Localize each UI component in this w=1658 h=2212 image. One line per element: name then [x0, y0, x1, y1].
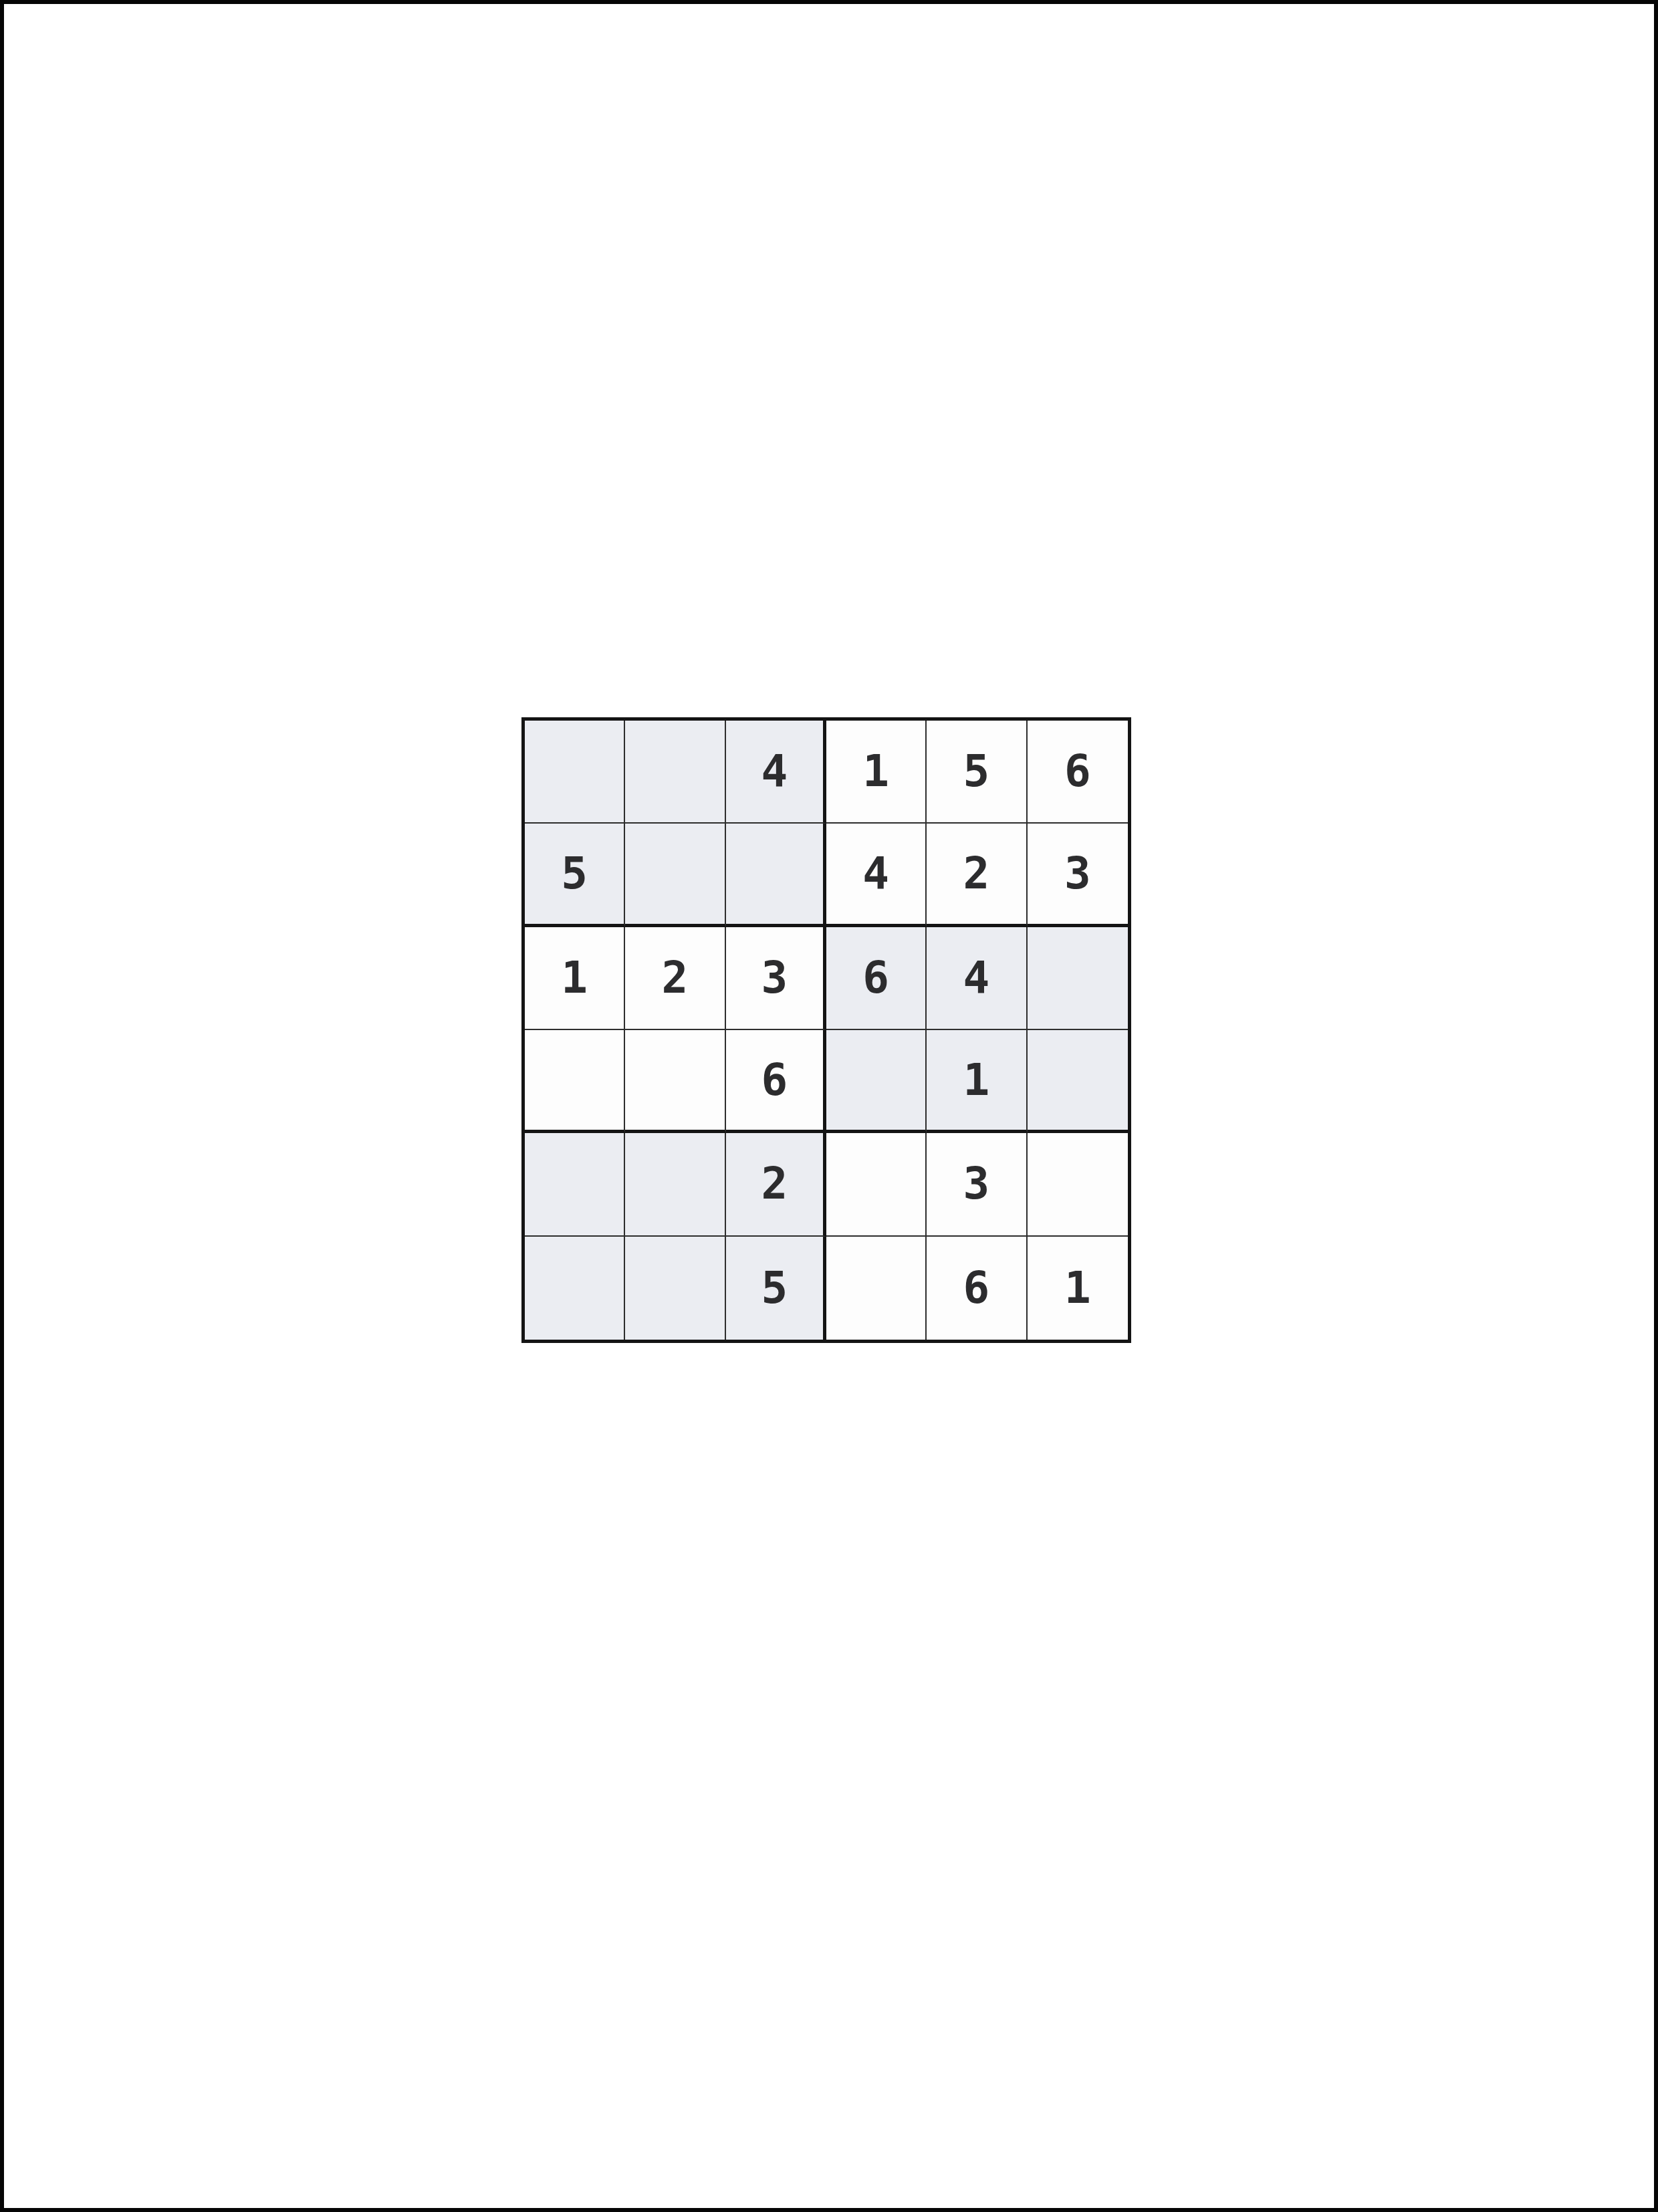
- cell-r6c5[interactable]: 6: [927, 1237, 1027, 1340]
- cell-r1c3[interactable]: 4: [726, 721, 826, 824]
- cell-r3c1[interactable]: 1: [525, 927, 625, 1030]
- cell-r6c3[interactable]: 5: [726, 1237, 826, 1340]
- cell-r2c4[interactable]: 4: [826, 824, 927, 927]
- cell-r2c5[interactable]: 2: [927, 824, 1027, 927]
- cell-r6c4[interactable]: [826, 1237, 927, 1340]
- cell-r2c1[interactable]: 5: [525, 824, 625, 927]
- cell-r2c3[interactable]: [726, 824, 826, 927]
- cell-r4c6[interactable]: [1028, 1030, 1128, 1133]
- sudoku-board: 41565423123646123561: [521, 717, 1131, 1343]
- cell-r4c5[interactable]: 1: [927, 1030, 1027, 1133]
- cell-r6c2[interactable]: [625, 1237, 725, 1340]
- cell-r5c2[interactable]: [625, 1133, 725, 1236]
- cell-r5c6[interactable]: [1028, 1133, 1128, 1236]
- cell-r1c1[interactable]: [525, 721, 625, 824]
- cell-r5c1[interactable]: [525, 1133, 625, 1236]
- cell-r3c6[interactable]: [1028, 927, 1128, 1030]
- cell-r4c1[interactable]: [525, 1030, 625, 1133]
- cell-r3c5[interactable]: 4: [927, 927, 1027, 1030]
- cell-r4c3[interactable]: 6: [726, 1030, 826, 1133]
- cell-r1c5[interactable]: 5: [927, 721, 1027, 824]
- cell-r6c6[interactable]: 1: [1028, 1237, 1128, 1340]
- cell-r1c6[interactable]: 6: [1028, 721, 1128, 824]
- cell-r1c4[interactable]: 1: [826, 721, 927, 824]
- cell-r2c2[interactable]: [625, 824, 725, 927]
- cell-r3c4[interactable]: 6: [826, 927, 927, 1030]
- cell-r5c5[interactable]: 3: [927, 1133, 1027, 1236]
- cell-r5c3[interactable]: 2: [726, 1133, 826, 1236]
- cell-r6c1[interactable]: [525, 1237, 625, 1340]
- cell-r1c2[interactable]: [625, 721, 725, 824]
- scanned-sudoku-page: 41565423123646123561: [0, 0, 1658, 2212]
- cell-r3c3[interactable]: 3: [726, 927, 826, 1030]
- cell-r5c4[interactable]: [826, 1133, 927, 1236]
- cell-r3c2[interactable]: 2: [625, 927, 725, 1030]
- cell-r4c2[interactable]: [625, 1030, 725, 1133]
- cell-r4c4[interactable]: [826, 1030, 927, 1133]
- cell-r2c6[interactable]: 3: [1028, 824, 1128, 927]
